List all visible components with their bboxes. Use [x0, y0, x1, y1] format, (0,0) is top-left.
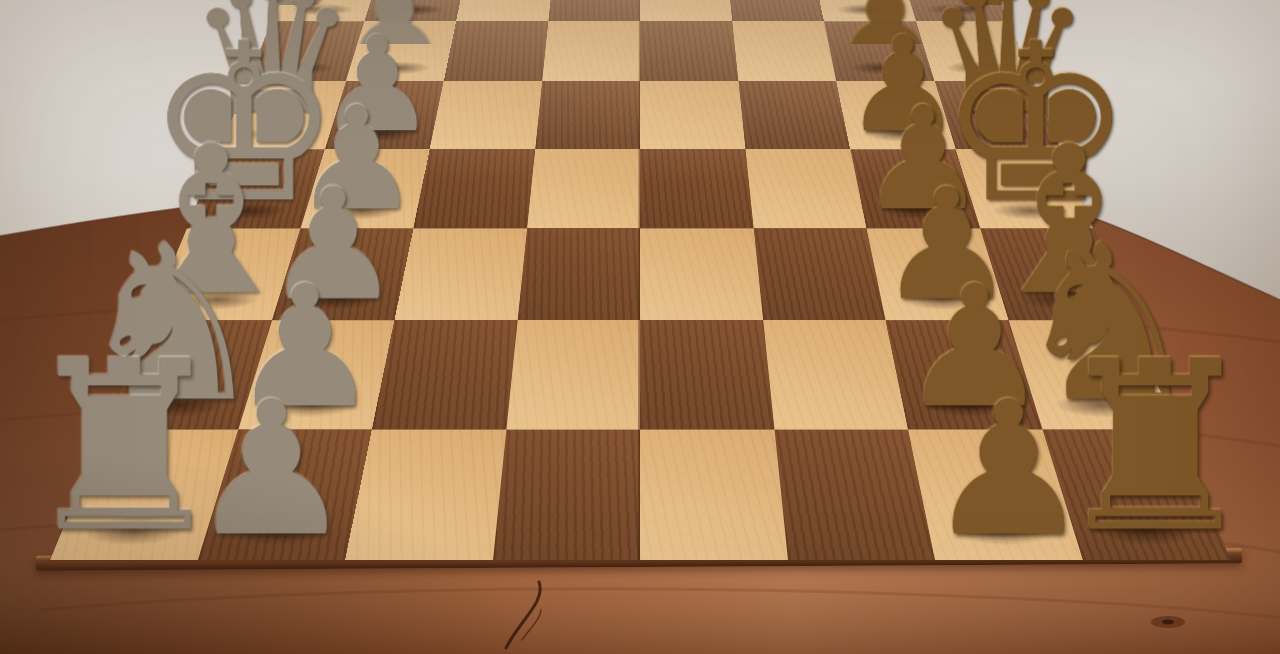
square-d6[interactable] — [738, 81, 850, 149]
square-e4[interactable] — [527, 149, 640, 228]
photo-scene: ♜♟♟♜♞♟♟♞♝♟♟♝♛♟♟♛♚♟♟♚♝♟♟♝♞♟♟♞♜♟♟♜ — [0, 0, 1280, 654]
square-f5[interactable] — [640, 228, 763, 320]
square-e5[interactable] — [640, 149, 753, 228]
square-h5[interactable] — [640, 429, 788, 560]
board-perspective-wrapper: ♜♟♟♜♞♟♟♞♝♟♟♝♛♟♟♛♚♟♟♚♝♟♟♝♞♟♟♞♜♟♟♜ — [50, 0, 1230, 560]
square-d5[interactable] — [640, 81, 745, 149]
square-g4[interactable] — [506, 320, 640, 429]
square-c6[interactable] — [732, 21, 836, 81]
piece-white-rook-h1[interactable]: ♜ — [19, 335, 229, 558]
square-g3[interactable] — [372, 320, 517, 429]
square-c5[interactable] — [640, 21, 738, 81]
chess-board: ♜♟♟♜♞♟♟♞♝♟♟♝♛♟♟♛♚♟♟♚♝♟♟♝♞♟♟♞♜♟♟♜ — [50, 0, 1230, 560]
square-b6[interactable] — [727, 0, 824, 21]
wood-knot-core — [1162, 620, 1174, 625]
square-b4[interactable] — [548, 0, 640, 21]
square-c3[interactable] — [444, 21, 548, 81]
square-c4[interactable] — [542, 21, 640, 81]
square-h4[interactable] — [493, 429, 641, 560]
square-f4[interactable] — [517, 228, 640, 320]
piece-black-rook-h8[interactable]: ♜ — [1050, 335, 1260, 558]
square-d3[interactable] — [430, 81, 542, 149]
square-f6[interactable] — [753, 228, 885, 320]
square-d4[interactable] — [535, 81, 640, 149]
square-b5[interactable] — [640, 0, 732, 21]
square-e3[interactable] — [413, 149, 534, 228]
square-f3[interactable] — [394, 228, 526, 320]
square-e6[interactable] — [745, 149, 866, 228]
square-g5[interactable] — [640, 320, 774, 429]
square-g6[interactable] — [763, 320, 908, 429]
square-h3[interactable] — [345, 429, 506, 560]
square-h8[interactable]: ♜ — [1042, 429, 1230, 560]
square-h1[interactable]: ♜ — [50, 429, 238, 560]
square-h6[interactable] — [774, 429, 935, 560]
square-b3[interactable] — [456, 0, 553, 21]
